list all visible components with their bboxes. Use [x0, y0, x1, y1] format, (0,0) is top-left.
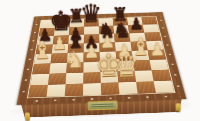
chess-board: ♜♛♜♚♟♟♟♞♞♟♝♟♟♝♟♟♝♟♞♚♛	[27, 16, 176, 98]
square-a3	[32, 63, 50, 74]
coordinate-dot	[32, 40, 34, 41]
square-f3	[117, 61, 135, 72]
coordinate-dot	[29, 59, 31, 60]
square-g6	[129, 33, 146, 42]
nameplate-engraving	[92, 104, 114, 108]
coordinate-dot	[72, 99, 74, 101]
square-h6	[144, 32, 161, 41]
square-g5	[130, 41, 147, 51]
board-tilt-wrapper: ♜♛♜♚♟♟♟♞♞♟♝♟♟♝♟♟♝♟♞♚♛	[17, 12, 187, 105]
square-d1	[83, 83, 101, 95]
square-e3	[100, 61, 117, 72]
coordinate-dot	[36, 100, 39, 102]
square-a5	[36, 45, 53, 55]
square-a1	[28, 85, 48, 98]
black-rook: ♜	[68, 7, 86, 27]
square-b5: ♟	[52, 44, 69, 54]
coordinate-dot	[34, 32, 36, 33]
brass-latch-left	[25, 112, 30, 120]
coordinate-dot	[31, 49, 33, 50]
square-f1	[118, 82, 137, 94]
coordinate-dot	[166, 44, 168, 45]
black-rook: ♜	[111, 5, 129, 25]
coordinate-dot	[164, 36, 166, 37]
square-d5: ♟	[84, 43, 100, 53]
square-b2	[48, 73, 66, 85]
square-b1	[46, 84, 65, 96]
board-frame: ♜♛♜♚♟♟♟♞♞♟♝♟♟♝♟♟♝♟♞♚♛	[17, 12, 187, 105]
brass-latch-right	[176, 103, 181, 111]
coordinate-dot	[22, 91, 25, 93]
chess-set-photo: ♜♛♜♚♟♟♟♞♞♟♝♟♟♝♟♟♝♟♞♚♛	[0, 0, 200, 121]
square-f4: ♟	[116, 51, 133, 61]
coordinate-dot	[128, 97, 130, 99]
coordinate-dot	[165, 96, 168, 98]
square-e1	[101, 82, 120, 94]
square-h1	[154, 81, 175, 93]
square-c1	[65, 84, 83, 96]
square-f2: ♛	[117, 71, 136, 83]
square-a2	[30, 74, 49, 86]
square-g2	[134, 70, 153, 82]
square-h3	[150, 59, 169, 70]
coordinate-dot	[162, 27, 164, 28]
brass-nameplate	[87, 100, 117, 110]
coordinate-dot	[35, 24, 37, 25]
square-h2	[152, 70, 172, 82]
square-f6: ♞	[114, 33, 130, 42]
square-b3	[49, 63, 67, 74]
square-g1	[136, 81, 156, 93]
square-b6	[53, 35, 69, 44]
coordinate-dot	[27, 69, 29, 70]
square-h5	[146, 41, 164, 51]
square-e6: ♞	[99, 34, 115, 43]
square-c3: ♞	[66, 62, 83, 73]
coordinate-dot	[177, 85, 180, 87]
coordinate-dot	[169, 54, 171, 55]
square-d2	[83, 72, 101, 84]
square-c4	[67, 53, 84, 63]
square-c2	[66, 73, 84, 85]
square-f5	[115, 42, 132, 52]
square-h4: ♟	[148, 50, 166, 60]
square-e2: ♚	[100, 71, 118, 83]
coordinate-dot	[91, 98, 93, 100]
square-d3	[83, 62, 100, 73]
square-e4	[100, 51, 117, 61]
square-g4: ♝	[132, 50, 150, 60]
coordinate-dot	[54, 100, 56, 102]
coordinate-dot	[160, 20, 162, 21]
coordinate-dot	[174, 74, 177, 75]
square-b4	[51, 53, 68, 63]
coordinate-dot	[25, 79, 27, 80]
square-g3	[133, 60, 151, 71]
square-c5: ♝	[68, 43, 84, 53]
square-d4: ♟	[84, 52, 100, 62]
square-e5: ♟	[99, 42, 115, 52]
coordinate-dot	[146, 96, 149, 98]
coordinate-dot	[109, 98, 111, 100]
coordinate-dot	[171, 64, 173, 65]
